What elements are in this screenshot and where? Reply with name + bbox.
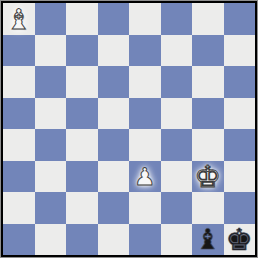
square-g3[interactable]: ♚ [192, 161, 224, 193]
square-h1[interactable]: ♚ [224, 224, 256, 256]
square-a6[interactable] [3, 66, 35, 98]
square-g8[interactable] [192, 3, 224, 35]
square-a4[interactable] [3, 129, 35, 161]
square-b3[interactable] [35, 161, 67, 193]
square-b6[interactable] [35, 66, 67, 98]
square-c5[interactable] [66, 98, 98, 130]
square-g6[interactable] [192, 66, 224, 98]
black-bishop[interactable]: ♝ [195, 226, 220, 254]
square-c2[interactable] [66, 192, 98, 224]
square-h4[interactable] [224, 129, 256, 161]
square-e3[interactable]: ♟ [129, 161, 161, 193]
chess-board: ♝♟♚♝♚ [3, 3, 255, 255]
square-a2[interactable] [3, 192, 35, 224]
square-b2[interactable] [35, 192, 67, 224]
square-d6[interactable] [98, 66, 130, 98]
square-c6[interactable] [66, 66, 98, 98]
square-f5[interactable] [161, 98, 193, 130]
square-b1[interactable] [35, 224, 67, 256]
square-f4[interactable] [161, 129, 193, 161]
square-b5[interactable] [35, 98, 67, 130]
square-h2[interactable] [224, 192, 256, 224]
square-e2[interactable] [129, 192, 161, 224]
white-bishop[interactable]: ♝ [6, 6, 31, 34]
square-d5[interactable] [98, 98, 130, 130]
square-h8[interactable] [224, 3, 256, 35]
square-d3[interactable] [98, 161, 130, 193]
square-a8[interactable]: ♝ [3, 3, 35, 35]
square-c4[interactable] [66, 129, 98, 161]
square-f7[interactable] [161, 35, 193, 67]
square-d8[interactable] [98, 3, 130, 35]
square-a1[interactable] [3, 224, 35, 256]
square-c7[interactable] [66, 35, 98, 67]
square-a7[interactable] [3, 35, 35, 67]
square-d4[interactable] [98, 129, 130, 161]
square-g5[interactable] [192, 98, 224, 130]
square-h6[interactable] [224, 66, 256, 98]
square-d2[interactable] [98, 192, 130, 224]
square-g4[interactable] [192, 129, 224, 161]
square-b4[interactable] [35, 129, 67, 161]
square-e7[interactable] [129, 35, 161, 67]
white-king[interactable]: ♚ [194, 162, 221, 192]
square-g2[interactable] [192, 192, 224, 224]
square-c8[interactable] [66, 3, 98, 35]
square-f6[interactable] [161, 66, 193, 98]
square-g7[interactable] [192, 35, 224, 67]
square-a3[interactable] [3, 161, 35, 193]
square-h7[interactable] [224, 35, 256, 67]
white-pawn[interactable]: ♟ [134, 165, 156, 189]
square-f8[interactable] [161, 3, 193, 35]
square-f1[interactable] [161, 224, 193, 256]
black-king[interactable]: ♚ [226, 225, 253, 255]
square-c3[interactable] [66, 161, 98, 193]
square-e6[interactable] [129, 66, 161, 98]
square-d1[interactable] [98, 224, 130, 256]
square-f2[interactable] [161, 192, 193, 224]
board-frame: ♝♟♚♝♚ [0, 0, 258, 258]
square-c1[interactable] [66, 224, 98, 256]
square-h5[interactable] [224, 98, 256, 130]
square-d7[interactable] [98, 35, 130, 67]
square-a5[interactable] [3, 98, 35, 130]
square-e4[interactable] [129, 129, 161, 161]
square-f3[interactable] [161, 161, 193, 193]
square-e8[interactable] [129, 3, 161, 35]
square-b7[interactable] [35, 35, 67, 67]
square-e5[interactable] [129, 98, 161, 130]
square-h3[interactable] [224, 161, 256, 193]
square-b8[interactable] [35, 3, 67, 35]
square-e1[interactable] [129, 224, 161, 256]
square-g1[interactable]: ♝ [192, 224, 224, 256]
